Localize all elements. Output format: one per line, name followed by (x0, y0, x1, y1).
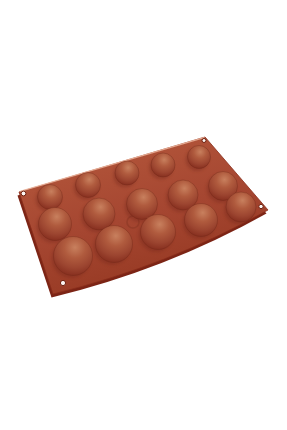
cavity-bump (185, 204, 218, 237)
product-photo (0, 0, 287, 430)
cavity-bump (115, 161, 139, 185)
cavity-bump (188, 146, 211, 169)
cavity-bump (151, 153, 175, 177)
cavity-bump (38, 185, 63, 210)
cavity-bump (76, 173, 101, 198)
cavity-bump (54, 237, 93, 276)
cavity-bump (141, 215, 176, 250)
mould-illustration (0, 0, 287, 430)
cavity-bump (39, 208, 72, 241)
hanging-hole (60, 280, 65, 285)
hanging-hole (259, 204, 263, 208)
cavity-bump (83, 198, 115, 230)
hanging-hole (202, 139, 206, 143)
cavity-bump (226, 192, 256, 222)
hanging-hole (21, 191, 26, 196)
cavity-bump (96, 226, 133, 263)
cavity-bump (127, 189, 158, 220)
